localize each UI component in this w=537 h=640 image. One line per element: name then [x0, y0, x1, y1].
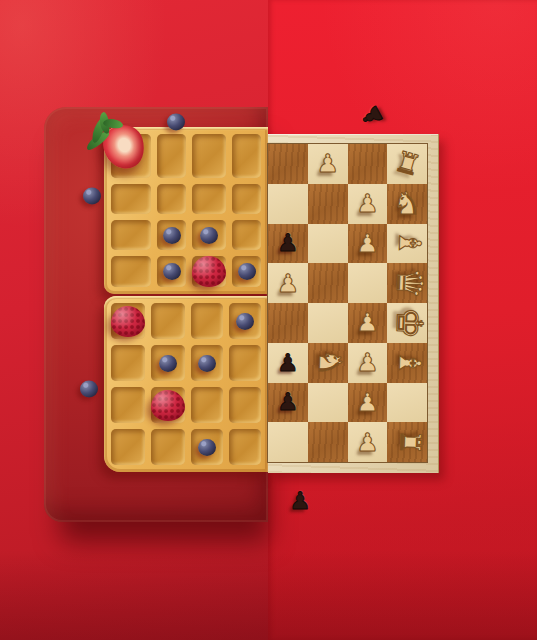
board-square-r3c5[interactable]: ♟ [268, 224, 308, 264]
board-square-r2c5[interactable] [268, 184, 308, 224]
waffle-square-r2c4[interactable] [232, 184, 261, 214]
blueberry-piece[interactable] [159, 355, 177, 372]
raspberry-piece[interactable] [111, 306, 145, 337]
chess-piece-wN-r6c6[interactable]: ♞ [314, 348, 346, 377]
waffle-square-r2c2[interactable] [157, 184, 186, 214]
chess-piece-wP-r2c7[interactable]: ♟ [356, 191, 378, 216]
waffle-square-r6c3[interactable] [191, 345, 223, 381]
board-square-r1c5[interactable] [268, 144, 308, 184]
board-square-r3c8[interactable]: ♝ [387, 224, 427, 264]
waffle-square-r8c1[interactable] [111, 429, 145, 465]
waffle-square-r3c3[interactable] [192, 220, 226, 250]
waffle-square-r1c4[interactable] [232, 134, 261, 178]
waffle-square-r3c1[interactable] [111, 220, 151, 250]
board-square-r3c6[interactable] [308, 224, 348, 264]
board-square-r7c7[interactable]: ♟ [348, 383, 388, 423]
board-square-r6c7[interactable]: ♟ [348, 343, 388, 383]
blueberry-piece[interactable] [238, 263, 256, 280]
raspberry-piece[interactable] [151, 390, 185, 421]
board-square-r7c8[interactable] [387, 383, 427, 423]
board-square-r8c7[interactable]: ♟ [348, 422, 388, 462]
board-square-r1c8[interactable]: ♜ [387, 144, 427, 184]
board-square-r5c6[interactable] [308, 303, 348, 343]
chess-piece-wK-r5c8[interactable]: ♚ [391, 306, 428, 340]
waffle-square-r7c4[interactable] [229, 387, 261, 423]
board-square-r6c8[interactable]: ♝ [387, 343, 427, 383]
chess-piece-bP-r6c5[interactable]: ♟ [277, 351, 299, 375]
chess-piece-bP-r7c5[interactable]: ♟ [277, 390, 299, 414]
board-square-r4c8[interactable]: ♛ [387, 263, 427, 303]
off-board-blueberry[interactable] [167, 114, 185, 131]
blueberry-piece[interactable] [167, 114, 185, 131]
board-square-r2c7[interactable]: ♟ [348, 184, 388, 224]
chess-piece-wP-r8c7[interactable]: ♟ [356, 430, 378, 455]
chessboard-squares: ♟♜♟♞♟♟♝♟♛♟♚♟♞♟♝♟♟♟♜ [268, 144, 427, 462]
chess-piece-wB-r3c8[interactable]: ♝ [394, 229, 425, 257]
board-square-r8c6[interactable] [308, 422, 348, 462]
off-board-blueberry[interactable] [83, 188, 101, 205]
board-square-r3c7[interactable]: ♟ [348, 224, 388, 264]
chess-piece-wP-r4c5[interactable]: ♟ [277, 271, 299, 296]
waffle-square-r7c3[interactable] [191, 387, 223, 423]
waffle-square-r8c2[interactable] [151, 429, 185, 465]
board-square-r8c8[interactable]: ♜ [387, 422, 427, 462]
raspberry-piece[interactable] [192, 256, 226, 287]
waffle-square-r6c4[interactable] [229, 345, 261, 381]
waffle-square-r6c1[interactable] [111, 345, 145, 381]
waffle-square-r7c1[interactable] [111, 387, 145, 423]
board-square-r4c5[interactable]: ♟ [268, 263, 308, 303]
board-square-r1c7[interactable] [348, 144, 388, 184]
blueberry-piece[interactable] [80, 381, 98, 398]
chess-piece-wP-r1c6[interactable]: ♟ [316, 151, 338, 176]
board-square-r5c5[interactable] [268, 303, 308, 343]
chess-piece-wN-r2c8[interactable]: ♞ [393, 188, 421, 219]
waffle-square-r8c4[interactable] [229, 429, 261, 465]
waffle-bottom [104, 296, 268, 472]
waffle-square-r5c3[interactable] [191, 303, 223, 339]
waffle-square-r7c2[interactable] [151, 387, 185, 423]
board-square-r5c7[interactable]: ♟ [348, 303, 388, 343]
chess-piece-wP-r7c7[interactable]: ♟ [356, 390, 378, 415]
blueberry-piece[interactable] [200, 227, 218, 244]
strawberry-piece[interactable] [99, 120, 150, 173]
waffle-square-r4c3[interactable] [192, 256, 226, 287]
waffle-top [104, 127, 268, 294]
chess-piece-wQ-r4c8[interactable]: ♛ [391, 266, 428, 300]
waffle-square-r6c2[interactable] [151, 345, 185, 381]
waffle-square-r2c1[interactable] [111, 184, 151, 214]
blueberry-piece[interactable] [198, 439, 216, 456]
board-square-r2c6[interactable] [308, 184, 348, 224]
waffle-square-r1c2[interactable] [157, 134, 186, 178]
off-board-blueberry[interactable] [80, 381, 98, 398]
board-square-r4c7[interactable] [348, 263, 388, 303]
blueberry-piece[interactable] [236, 313, 254, 330]
chess-piece-wP-r3c7[interactable]: ♟ [356, 231, 378, 256]
board-square-r2c8[interactable]: ♞ [387, 184, 427, 224]
blueberry-piece[interactable] [83, 188, 101, 205]
waffle-square-r5c1[interactable] [111, 303, 145, 339]
waffle-square-r2c3[interactable] [192, 184, 226, 214]
chess-piece-wP-r6c7[interactable]: ♟ [356, 350, 378, 375]
food-art-chess-photo: ♟♜♟♞♟♟♝♟♛♟♚♟♞♟♝♟♟♟♜ ♟♟ [0, 0, 537, 640]
board-square-r1c6[interactable]: ♟ [308, 144, 348, 184]
waffle-square-r5c4[interactable] [229, 303, 261, 339]
waffle-square-r1c3[interactable] [192, 134, 226, 178]
waffle-square-r3c4[interactable] [232, 220, 261, 250]
blueberry-piece[interactable] [198, 355, 216, 372]
chess-piece-bP-r0c0[interactable]: ♟ [289, 487, 311, 515]
board-square-r8c5[interactable] [268, 422, 308, 462]
chess-piece-wP-r5c7[interactable]: ♟ [356, 310, 378, 335]
waffle-square-r8c3[interactable] [191, 429, 223, 465]
board-square-r7c6[interactable] [308, 383, 348, 423]
chess-piece-bP-r3c5[interactable]: ♟ [277, 231, 299, 255]
blueberry-piece[interactable] [163, 263, 181, 280]
blueberry-piece[interactable] [163, 227, 181, 244]
chess-piece-wR-r8c8[interactable]: ♜ [395, 429, 424, 455]
waffle-square-r4c4[interactable] [232, 256, 261, 287]
waffle-square-r4c1[interactable] [111, 256, 151, 287]
board-square-r5c8[interactable]: ♚ [387, 303, 427, 343]
waffle-square-r4c2[interactable] [157, 256, 186, 287]
chessboard: ♟♜♟♞♟♟♝♟♛♟♚♟♞♟♝♟♟♟♜ [268, 134, 439, 473]
off-board-bP[interactable]: ♟ [289, 489, 311, 513]
waffle-square-r5c2[interactable] [151, 303, 185, 339]
board-square-r4c6[interactable] [308, 263, 348, 303]
chess-piece-wR-r1c8[interactable]: ♜ [391, 147, 423, 181]
board-square-r7c5[interactable]: ♟ [268, 383, 308, 423]
board-square-r6c6[interactable]: ♞ [308, 343, 348, 383]
waffle-square-r3c2[interactable] [157, 220, 186, 250]
board-square-r6c5[interactable]: ♟ [268, 343, 308, 383]
waffle-square-r1c1[interactable] [111, 134, 151, 178]
chess-piece-wB-r6c8[interactable]: ♝ [394, 349, 425, 377]
